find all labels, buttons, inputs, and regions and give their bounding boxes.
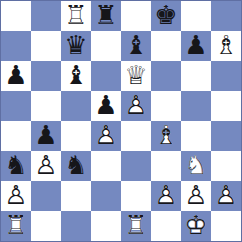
black-pawn[interactable]: ♟ (91, 91, 121, 121)
square-b1[interactable] (31, 211, 61, 241)
square-d7[interactable] (91, 31, 121, 61)
white-queen[interactable]: ♛♕ (121, 61, 151, 91)
square-a8[interactable] (1, 1, 31, 31)
square-d1[interactable] (91, 211, 121, 241)
square-f4[interactable]: ♝♗ (151, 121, 181, 151)
square-b4[interactable]: ♟ (31, 121, 61, 151)
square-e8[interactable] (121, 1, 151, 31)
square-b8[interactable] (31, 1, 61, 31)
square-e3[interactable] (121, 151, 151, 181)
square-d8[interactable]: ♜ (91, 1, 121, 31)
white-pawn[interactable]: ♟♙ (151, 181, 181, 211)
square-c7[interactable]: ♛ (61, 31, 91, 61)
white-pawn[interactable]: ♟♙ (121, 91, 151, 121)
black-bishop[interactable]: ♝ (121, 31, 151, 61)
square-c3[interactable]: ♞ (61, 151, 91, 181)
black-pawn[interactable]: ♟ (181, 31, 211, 61)
square-c8[interactable]: ♜♖ (61, 1, 91, 31)
square-f2[interactable]: ♟♙ (151, 181, 181, 211)
white-bishop[interactable]: ♝♗ (151, 121, 181, 151)
square-f5[interactable] (151, 91, 181, 121)
square-h8[interactable] (211, 1, 241, 31)
square-g1[interactable]: ♚♔ (181, 211, 211, 241)
square-e7[interactable]: ♝ (121, 31, 151, 61)
square-f8[interactable]: ♚ (151, 1, 181, 31)
square-a2[interactable]: ♟♙ (1, 181, 31, 211)
black-pawn[interactable]: ♟ (1, 61, 31, 91)
black-rook[interactable]: ♜ (91, 1, 121, 31)
square-d5[interactable]: ♟ (91, 91, 121, 121)
square-e6[interactable]: ♛♕ (121, 61, 151, 91)
black-bishop[interactable]: ♝ (61, 61, 91, 91)
square-f3[interactable] (151, 151, 181, 181)
square-h3[interactable] (211, 151, 241, 181)
square-h7[interactable]: ♝♗ (211, 31, 241, 61)
square-a7[interactable] (1, 31, 31, 61)
square-c2[interactable] (61, 181, 91, 211)
square-h2[interactable]: ♟♙ (211, 181, 241, 211)
square-h1[interactable] (211, 211, 241, 241)
white-rook[interactable]: ♜♖ (61, 1, 91, 31)
white-rook[interactable]: ♜♖ (1, 211, 31, 241)
square-b2[interactable] (31, 181, 61, 211)
square-b3[interactable]: ♟♙ (31, 151, 61, 181)
square-g2[interactable]: ♟♙ (181, 181, 211, 211)
square-d6[interactable] (91, 61, 121, 91)
white-pawn[interactable]: ♟♙ (181, 181, 211, 211)
square-d2[interactable] (91, 181, 121, 211)
square-a1[interactable]: ♜♖ (1, 211, 31, 241)
white-pawn[interactable]: ♟♙ (1, 181, 31, 211)
square-c4[interactable] (61, 121, 91, 151)
square-c1[interactable] (61, 211, 91, 241)
square-a3[interactable]: ♞ (1, 151, 31, 181)
chess-board: ♜♖♜♚♛♝♟♝♗♟♝♛♕♟♟♙♟♟♙♝♗♞♟♙♞♞♘♟♙♟♙♟♙♟♙♜♖♜♖♚… (0, 0, 242, 242)
square-e4[interactable] (121, 121, 151, 151)
square-c6[interactable]: ♝ (61, 61, 91, 91)
square-f6[interactable] (151, 61, 181, 91)
white-rook[interactable]: ♜♖ (121, 211, 151, 241)
white-bishop[interactable]: ♝♗ (211, 31, 241, 61)
square-f7[interactable] (151, 31, 181, 61)
square-a4[interactable] (1, 121, 31, 151)
square-g8[interactable] (181, 1, 211, 31)
square-g7[interactable]: ♟ (181, 31, 211, 61)
white-pawn[interactable]: ♟♙ (91, 121, 121, 151)
white-knight[interactable]: ♞♘ (181, 151, 211, 181)
square-h4[interactable] (211, 121, 241, 151)
square-f1[interactable] (151, 211, 181, 241)
white-pawn[interactable]: ♟♙ (211, 181, 241, 211)
black-queen[interactable]: ♛ (61, 31, 91, 61)
square-d4[interactable]: ♟♙ (91, 121, 121, 151)
square-h6[interactable] (211, 61, 241, 91)
square-a5[interactable] (1, 91, 31, 121)
black-king[interactable]: ♚ (151, 1, 181, 31)
black-knight[interactable]: ♞ (1, 151, 31, 181)
square-c5[interactable] (61, 91, 91, 121)
black-pawn[interactable]: ♟ (31, 121, 61, 151)
square-h5[interactable] (211, 91, 241, 121)
square-g3[interactable]: ♞♘ (181, 151, 211, 181)
square-g5[interactable] (181, 91, 211, 121)
white-pawn[interactable]: ♟♙ (31, 151, 61, 181)
square-g6[interactable] (181, 61, 211, 91)
square-e2[interactable] (121, 181, 151, 211)
black-knight[interactable]: ♞ (61, 151, 91, 181)
square-b6[interactable] (31, 61, 61, 91)
square-e1[interactable]: ♜♖ (121, 211, 151, 241)
square-g4[interactable] (181, 121, 211, 151)
square-e5[interactable]: ♟♙ (121, 91, 151, 121)
square-b5[interactable] (31, 91, 61, 121)
white-king[interactable]: ♚♔ (181, 211, 211, 241)
square-b7[interactable] (31, 31, 61, 61)
square-a6[interactable]: ♟ (1, 61, 31, 91)
square-d3[interactable] (91, 151, 121, 181)
